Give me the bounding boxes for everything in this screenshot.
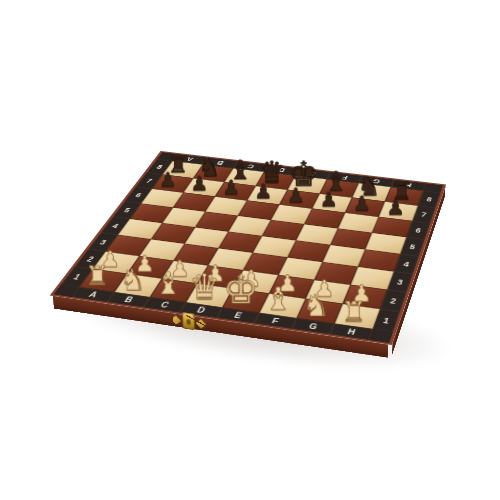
white-knight-b1: ♞ xyxy=(114,265,152,294)
black-pawn-a7: ♟ xyxy=(151,170,184,190)
front-file-label-e: E xyxy=(233,310,244,320)
black-pawn-h7: ♟ xyxy=(379,198,413,219)
front-file-label-g: G xyxy=(307,321,319,331)
clasp-body xyxy=(182,312,195,331)
rank-label-cell: 5 xyxy=(113,201,141,218)
chess-board: ABCDEFGH8♜♞♝♛♚♝♞♜87♟♟♟♟♟♟♟♟7665544332♟♟♟… xyxy=(50,151,446,345)
front-file-label-a: A xyxy=(87,290,100,299)
left-rank-label-5: 5 xyxy=(122,206,132,213)
square-d5 xyxy=(228,216,270,236)
square-h1: ♜ xyxy=(335,304,381,329)
white-rook-h1: ♜ xyxy=(334,298,373,326)
right-rank-label-5: 5 xyxy=(409,243,417,251)
white-knight-g1: ♞ xyxy=(296,290,335,320)
black-pawn-f7: ♟ xyxy=(312,190,346,210)
white-bishop-f1: ♝ xyxy=(259,284,298,315)
product-photo: ABCDEFGH8♜♞♝♛♚♝♞♜87♟♟♟♟♟♟♟♟7665544332♟♟♟… xyxy=(0,0,500,500)
right-rank-label-2: 2 xyxy=(389,296,397,305)
clasp-pin xyxy=(186,319,190,325)
white-queen-d1: ♛ xyxy=(185,270,223,305)
clasp-wing-right xyxy=(196,318,207,329)
black-pawn-e7: ♟ xyxy=(279,186,313,206)
left-rank-label-4: 4 xyxy=(111,222,121,230)
square-h7: ♟ xyxy=(379,202,418,221)
front-file-label-b: B xyxy=(123,295,135,304)
black-pawn-d7: ♟ xyxy=(247,182,280,202)
right-rank-label-3: 3 xyxy=(396,277,404,286)
right-rank-label-7: 7 xyxy=(420,211,427,218)
right-rank-label-1: 1 xyxy=(382,316,391,326)
right-rank-label-6: 6 xyxy=(415,226,422,234)
front-file-label-c: C xyxy=(159,300,171,310)
clasp-wing-left xyxy=(171,315,182,326)
right-rank-label-8: 8 xyxy=(426,196,433,203)
black-pawn-b7: ♟ xyxy=(183,174,216,194)
black-pawn-g7: ♟ xyxy=(345,194,379,214)
white-rook-a1: ♜ xyxy=(78,262,115,289)
black-pawn-c7: ♟ xyxy=(215,178,248,198)
front-file-label-h: H xyxy=(346,327,357,337)
front-file-label-f: F xyxy=(270,316,280,326)
white-bishop-c1: ♝ xyxy=(149,269,187,299)
left-rank-label-3: 3 xyxy=(98,238,108,246)
white-king-e1: ♚ xyxy=(222,270,260,309)
right-rank-label-4: 4 xyxy=(402,260,410,268)
left-rank-label-6: 6 xyxy=(134,191,143,198)
band-corner xyxy=(369,329,393,343)
